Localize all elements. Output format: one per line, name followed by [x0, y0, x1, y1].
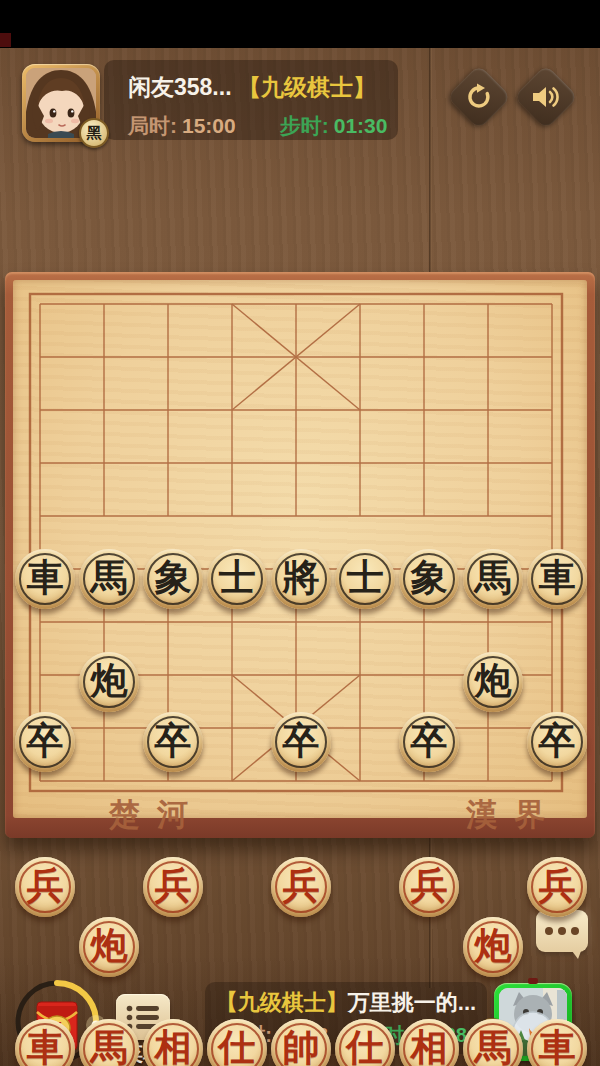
step-time-label: 步时: [280, 114, 329, 137]
piece-red-soldier[interactable]: 兵 [399, 857, 459, 917]
piece-glyph: 象 [155, 559, 192, 596]
piece-glyph: 車 [27, 559, 64, 596]
screen-notch [0, 33, 11, 47]
piece-black-cannon[interactable]: 炮 [79, 652, 139, 712]
piece-black-advisor[interactable]: 士 [207, 549, 267, 609]
piece-glyph: 卒 [539, 722, 576, 759]
top-player-name-row: 闲友358... 【九级棋士】 [128, 72, 398, 103]
bottom-player-name: 万里挑一的... [348, 990, 476, 1015]
top-player-rank-title: 【九级棋士】 [238, 74, 376, 100]
piece-glyph: 炮 [475, 927, 512, 964]
piece-glyph: 卒 [155, 722, 192, 759]
piece-black-soldier[interactable]: 卒 [399, 712, 459, 772]
chat-dots-icon [545, 927, 553, 935]
piece-red-soldier[interactable]: 兵 [143, 857, 203, 917]
piece-glyph: 卒 [27, 722, 64, 759]
bottom-player-name-row: 【九级棋士】万里挑一的... [205, 988, 487, 1018]
piece-glyph: 卒 [283, 722, 320, 759]
top-step-time: 步时:01:30 [280, 112, 388, 140]
step-time-value: 01:30 [334, 114, 388, 137]
bottom-player-rank-title: 【九级棋士】 [216, 990, 348, 1015]
piece-glyph: 車 [27, 1029, 64, 1066]
wood-plank-seam [429, 48, 432, 272]
piece-red-elephant[interactable]: 相 [143, 1019, 203, 1066]
piece-red-soldier[interactable]: 兵 [271, 857, 331, 917]
piece-red-soldier[interactable]: 兵 [527, 857, 587, 917]
piece-black-horse[interactable]: 馬 [463, 549, 523, 609]
status-bar [0, 0, 600, 48]
piece-black-elephant[interactable]: 象 [143, 549, 203, 609]
piece-glyph: 仕 [347, 1029, 384, 1066]
piece-glyph: 炮 [475, 662, 512, 699]
chat-dots-icon [558, 927, 566, 935]
piece-glyph: 將 [283, 559, 320, 596]
piece-black-soldier[interactable]: 卒 [527, 712, 587, 772]
piece-glyph: 兵 [27, 867, 64, 904]
piece-black-chariot[interactable]: 車 [15, 549, 75, 609]
piece-glyph: 象 [411, 559, 448, 596]
piece-red-chariot[interactable]: 車 [527, 1019, 587, 1066]
piece-black-general[interactable]: 將 [271, 549, 331, 609]
piece-black-advisor[interactable]: 士 [335, 549, 395, 609]
xiangqi-board[interactable]: 楚河 漢界 車馬象士將士象馬車炮炮卒卒卒卒卒兵兵兵兵兵炮炮車馬相仕帥仕相馬車 [5, 272, 595, 838]
piece-glyph: 仕 [219, 1029, 256, 1066]
piece-glyph: 帥 [283, 1029, 320, 1066]
refresh-button[interactable] [446, 64, 511, 129]
round-time-label: 局时: [128, 114, 177, 137]
sound-button[interactable] [513, 64, 578, 129]
piece-black-chariot[interactable]: 車 [527, 549, 587, 609]
piece-glyph: 馬 [91, 559, 128, 596]
piece-black-soldier[interactable]: 卒 [15, 712, 75, 772]
piece-glyph: 兵 [283, 867, 320, 904]
piece-black-horse[interactable]: 馬 [79, 549, 139, 609]
top-round-time: 局时:15:00 [128, 112, 236, 140]
piece-black-soldier[interactable]: 卒 [143, 712, 203, 772]
piece-glyph: 相 [155, 1029, 192, 1066]
piece-glyph: 士 [219, 559, 256, 596]
piece-glyph: 馬 [91, 1029, 128, 1066]
top-player-timers: 局时:15:00 步时:01:30 [128, 112, 398, 140]
refresh-icon [456, 74, 502, 120]
speaker-icon [523, 74, 569, 120]
piece-glyph: 車 [539, 559, 576, 596]
piece-glyph: 士 [347, 559, 384, 596]
piece-glyph: 馬 [475, 559, 512, 596]
round-time-value: 15:00 [182, 114, 236, 137]
chat-dots-icon [571, 927, 579, 935]
piece-black-cannon[interactable]: 炮 [463, 652, 523, 712]
piece-glyph: 兵 [539, 867, 576, 904]
piece-glyph: 炮 [91, 927, 128, 964]
piece-glyph: 馬 [475, 1029, 512, 1066]
top-player-name: 闲友358... [128, 74, 232, 100]
piece-black-elephant[interactable]: 象 [399, 549, 459, 609]
piece-glyph: 兵 [411, 867, 448, 904]
piece-glyph: 卒 [411, 722, 448, 759]
piece-glyph: 車 [539, 1029, 576, 1066]
piece-glyph: 相 [411, 1029, 448, 1066]
black-side-badge: 黑 [79, 118, 109, 148]
piece-glyph: 炮 [91, 662, 128, 699]
piece-red-cannon[interactable]: 炮 [79, 917, 139, 977]
piece-black-soldier[interactable]: 卒 [271, 712, 331, 772]
top-player-avatar[interactable]: 黑 [22, 64, 100, 142]
piece-glyph: 兵 [155, 867, 192, 904]
piece-red-soldier[interactable]: 兵 [15, 857, 75, 917]
top-player-info: 闲友358... 【九级棋士】 局时:15:00 步时:01:30 [128, 72, 398, 140]
avatar-notch [528, 978, 538, 984]
piece-red-cannon[interactable]: 炮 [463, 917, 523, 977]
